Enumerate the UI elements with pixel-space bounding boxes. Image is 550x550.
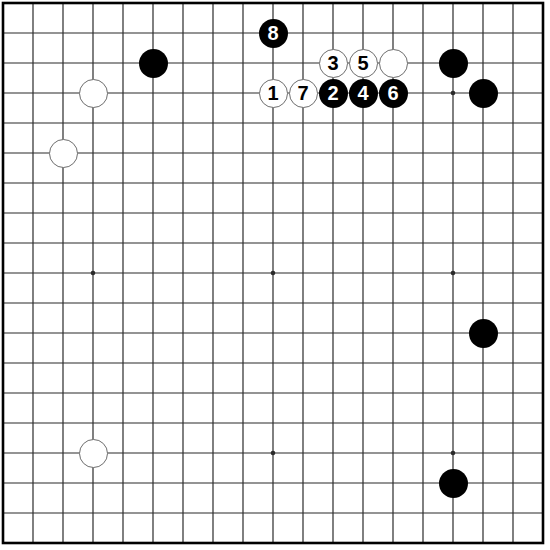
board-intersection[interactable] <box>48 228 78 258</box>
board-intersection[interactable] <box>78 18 108 48</box>
board-intersection[interactable] <box>408 468 438 498</box>
board-intersection[interactable] <box>288 348 318 378</box>
board-intersection[interactable] <box>228 468 258 498</box>
board-intersection[interactable] <box>408 48 438 78</box>
board-intersection[interactable] <box>408 348 438 378</box>
board-intersection[interactable] <box>168 498 198 528</box>
board-intersection[interactable] <box>318 138 348 168</box>
board-intersection[interactable] <box>498 348 528 378</box>
board-intersection[interactable] <box>198 18 228 48</box>
board-intersection[interactable] <box>468 468 498 498</box>
board-intersection[interactable] <box>468 408 498 438</box>
board-intersection[interactable] <box>468 18 498 48</box>
board-intersection[interactable] <box>48 0 78 18</box>
board-intersection[interactable] <box>408 228 438 258</box>
board-intersection[interactable] <box>348 288 378 318</box>
board-intersection[interactable] <box>108 378 138 408</box>
board-intersection[interactable] <box>168 138 198 168</box>
board-intersection[interactable] <box>528 168 550 198</box>
board-intersection[interactable] <box>138 198 168 228</box>
white-stone[interactable] <box>379 49 408 78</box>
board-intersection[interactable] <box>528 318 550 348</box>
board-intersection[interactable] <box>78 288 108 318</box>
board-intersection[interactable] <box>468 378 498 408</box>
board-intersection[interactable] <box>198 408 228 438</box>
board-intersection[interactable] <box>78 198 108 228</box>
board-intersection[interactable] <box>198 438 228 468</box>
board-intersection[interactable] <box>138 168 168 198</box>
board-intersection[interactable] <box>348 0 378 18</box>
board-intersection[interactable] <box>348 378 378 408</box>
board-intersection[interactable] <box>438 528 468 550</box>
board-intersection[interactable] <box>228 378 258 408</box>
board-intersection[interactable] <box>48 288 78 318</box>
board-intersection[interactable] <box>408 108 438 138</box>
board-intersection[interactable]: 8 <box>258 18 288 48</box>
board-intersection[interactable] <box>258 528 288 550</box>
board-intersection[interactable] <box>468 48 498 78</box>
board-intersection[interactable] <box>228 408 258 438</box>
black-stone[interactable] <box>439 49 468 78</box>
board-intersection[interactable] <box>48 378 78 408</box>
board-intersection[interactable] <box>78 168 108 198</box>
board-intersection[interactable] <box>258 468 288 498</box>
board-intersection[interactable] <box>48 438 78 468</box>
board-intersection[interactable] <box>0 288 18 318</box>
board-intersection[interactable] <box>0 438 18 468</box>
board-intersection[interactable]: 7 <box>288 78 318 108</box>
board-intersection[interactable] <box>108 78 138 108</box>
board-intersection[interactable] <box>228 498 258 528</box>
board-intersection[interactable] <box>318 438 348 468</box>
board-intersection[interactable] <box>198 108 228 138</box>
board-intersection[interactable] <box>198 0 228 18</box>
board-intersection[interactable] <box>198 198 228 228</box>
board-intersection[interactable] <box>288 108 318 138</box>
board-intersection[interactable] <box>138 108 168 138</box>
board-intersection[interactable] <box>498 0 528 18</box>
board-intersection[interactable] <box>78 528 108 550</box>
white-stone[interactable] <box>79 79 108 108</box>
board-intersection[interactable] <box>378 318 408 348</box>
board-intersection[interactable] <box>258 0 288 18</box>
board-intersection[interactable] <box>258 108 288 138</box>
board-intersection[interactable] <box>228 168 258 198</box>
board-intersection[interactable] <box>348 138 378 168</box>
board-intersection[interactable] <box>288 48 318 78</box>
board-intersection[interactable] <box>438 108 468 138</box>
board-intersection[interactable] <box>18 498 48 528</box>
board-intersection[interactable] <box>138 48 168 78</box>
board-intersection[interactable] <box>318 498 348 528</box>
board-intersection[interactable] <box>288 498 318 528</box>
board-intersection[interactable] <box>48 318 78 348</box>
board-intersection[interactable] <box>138 408 168 438</box>
board-intersection[interactable] <box>228 528 258 550</box>
board-intersection[interactable]: 6 <box>378 78 408 108</box>
board-intersection[interactable] <box>168 348 198 378</box>
board-intersection[interactable] <box>528 78 550 108</box>
board-intersection[interactable] <box>198 48 228 78</box>
board-intersection[interactable] <box>528 438 550 468</box>
board-intersection[interactable] <box>528 138 550 168</box>
board-intersection[interactable] <box>18 528 48 550</box>
board-intersection[interactable] <box>528 408 550 438</box>
board-intersection[interactable] <box>348 438 378 468</box>
board-intersection[interactable] <box>0 0 18 18</box>
board-intersection[interactable] <box>468 318 498 348</box>
board-intersection[interactable] <box>18 168 48 198</box>
board-intersection[interactable] <box>0 348 18 378</box>
board-intersection[interactable] <box>468 0 498 18</box>
board-intersection[interactable] <box>228 348 258 378</box>
board-intersection[interactable] <box>468 168 498 198</box>
board-intersection[interactable] <box>468 108 498 138</box>
board-intersection[interactable] <box>408 408 438 438</box>
black-stone-move-8[interactable]: 8 <box>259 19 288 48</box>
board-intersection[interactable] <box>228 228 258 258</box>
board-intersection[interactable] <box>168 198 198 228</box>
board-intersection[interactable] <box>438 78 468 108</box>
board-intersection[interactable] <box>288 18 318 48</box>
board-intersection[interactable] <box>168 18 198 48</box>
board-intersection[interactable] <box>0 48 18 78</box>
board-intersection[interactable] <box>468 228 498 258</box>
board-intersection[interactable] <box>198 78 228 108</box>
board-intersection[interactable] <box>138 0 168 18</box>
board-intersection[interactable] <box>258 438 288 468</box>
board-intersection[interactable] <box>0 318 18 348</box>
board-intersection[interactable] <box>108 198 138 228</box>
board-intersection[interactable] <box>258 228 288 258</box>
board-intersection[interactable] <box>198 288 228 318</box>
board-intersection[interactable] <box>18 468 48 498</box>
board-intersection[interactable] <box>198 138 228 168</box>
board-intersection[interactable] <box>18 408 48 438</box>
board-intersection[interactable] <box>0 468 18 498</box>
white-stone[interactable] <box>79 439 108 468</box>
board-intersection[interactable] <box>138 78 168 108</box>
board-intersection[interactable] <box>18 48 48 78</box>
board-intersection[interactable] <box>378 498 408 528</box>
board-intersection[interactable] <box>168 48 198 78</box>
board-intersection[interactable] <box>528 288 550 318</box>
board-intersection[interactable] <box>138 498 168 528</box>
board-intersection[interactable] <box>378 108 408 138</box>
board-intersection[interactable] <box>168 318 198 348</box>
board-intersection[interactable] <box>318 288 348 318</box>
white-stone-move-5[interactable]: 5 <box>349 49 378 78</box>
board-intersection[interactable] <box>468 348 498 378</box>
board-intersection[interactable] <box>288 168 318 198</box>
board-intersection[interactable] <box>0 78 18 108</box>
board-intersection[interactable] <box>408 498 438 528</box>
board-intersection[interactable] <box>408 138 438 168</box>
board-intersection[interactable] <box>348 228 378 258</box>
board-intersection[interactable] <box>168 408 198 438</box>
board-intersection[interactable] <box>138 378 168 408</box>
board-intersection[interactable] <box>528 18 550 48</box>
black-stone[interactable] <box>469 79 498 108</box>
board-intersection[interactable] <box>378 408 408 438</box>
board-intersection[interactable] <box>438 378 468 408</box>
board-intersection[interactable] <box>378 438 408 468</box>
board-intersection[interactable] <box>288 228 318 258</box>
board-intersection[interactable] <box>498 498 528 528</box>
board-intersection[interactable] <box>108 408 138 438</box>
board-intersection[interactable] <box>198 378 228 408</box>
board-intersection[interactable] <box>108 138 138 168</box>
board-intersection[interactable] <box>378 198 408 228</box>
board-intersection[interactable] <box>318 228 348 258</box>
board-intersection[interactable] <box>138 228 168 258</box>
board-intersection[interactable] <box>438 18 468 48</box>
board-intersection[interactable] <box>528 198 550 228</box>
board-intersection[interactable] <box>258 318 288 348</box>
board-intersection[interactable] <box>138 288 168 318</box>
board-intersection[interactable] <box>48 408 78 438</box>
board-intersection[interactable] <box>318 318 348 348</box>
board-intersection[interactable] <box>408 288 438 318</box>
board-intersection[interactable] <box>48 18 78 48</box>
board-intersection[interactable] <box>318 528 348 550</box>
board-intersection[interactable] <box>378 528 408 550</box>
board-intersection[interactable] <box>18 378 48 408</box>
board-intersection[interactable] <box>288 0 318 18</box>
board-intersection[interactable] <box>348 348 378 378</box>
board-intersection[interactable] <box>348 108 378 138</box>
board-intersection[interactable] <box>408 18 438 48</box>
board-intersection[interactable] <box>438 168 468 198</box>
board-intersection[interactable] <box>228 48 258 78</box>
board-intersection[interactable] <box>108 348 138 378</box>
board-intersection[interactable] <box>138 18 168 48</box>
board-intersection[interactable] <box>318 408 348 438</box>
board-intersection[interactable] <box>0 198 18 228</box>
board-intersection[interactable] <box>408 198 438 228</box>
board-intersection[interactable] <box>468 438 498 468</box>
board-intersection[interactable] <box>168 168 198 198</box>
board-intersection[interactable] <box>348 408 378 438</box>
board-intersection[interactable] <box>78 48 108 78</box>
board-intersection[interactable] <box>468 288 498 318</box>
white-stone-move-3[interactable]: 3 <box>319 49 348 78</box>
board-intersection[interactable] <box>168 108 198 138</box>
board-intersection[interactable] <box>498 438 528 468</box>
board-intersection[interactable] <box>438 198 468 228</box>
board-intersection[interactable] <box>78 318 108 348</box>
board-intersection[interactable] <box>288 468 318 498</box>
board-intersection[interactable] <box>168 528 198 550</box>
board-intersection[interactable] <box>18 138 48 168</box>
board-intersection[interactable] <box>438 138 468 168</box>
board-intersection[interactable] <box>528 378 550 408</box>
board-intersection[interactable] <box>438 498 468 528</box>
board-intersection[interactable] <box>378 168 408 198</box>
board-intersection[interactable] <box>348 18 378 48</box>
board-intersection[interactable] <box>348 168 378 198</box>
board-intersection[interactable] <box>318 18 348 48</box>
board-intersection[interactable] <box>108 258 138 288</box>
board-intersection[interactable] <box>0 408 18 438</box>
board-intersection[interactable] <box>0 528 18 550</box>
board-intersection[interactable] <box>318 0 348 18</box>
board-intersection[interactable] <box>48 138 78 168</box>
white-stone[interactable] <box>49 139 78 168</box>
board-intersection[interactable] <box>528 498 550 528</box>
board-intersection[interactable] <box>228 288 258 318</box>
board-intersection[interactable] <box>0 18 18 48</box>
board-intersection[interactable] <box>438 348 468 378</box>
board-intersection[interactable] <box>258 138 288 168</box>
board-intersection[interactable] <box>48 498 78 528</box>
board-intersection[interactable] <box>228 18 258 48</box>
board-intersection[interactable] <box>78 138 108 168</box>
board-intersection[interactable] <box>228 78 258 108</box>
board-intersection[interactable] <box>18 78 48 108</box>
board-intersection[interactable] <box>48 198 78 228</box>
board-intersection[interactable] <box>378 0 408 18</box>
board-intersection[interactable] <box>348 198 378 228</box>
board-intersection[interactable] <box>378 378 408 408</box>
board-intersection[interactable] <box>108 498 138 528</box>
board-intersection[interactable] <box>48 48 78 78</box>
board-intersection[interactable] <box>408 438 438 468</box>
board-intersection[interactable] <box>498 48 528 78</box>
board-intersection[interactable] <box>168 438 198 468</box>
board-intersection[interactable] <box>108 18 138 48</box>
board-intersection[interactable] <box>168 78 198 108</box>
board-intersection[interactable] <box>318 108 348 138</box>
board-intersection[interactable] <box>288 258 318 288</box>
board-intersection[interactable] <box>138 528 168 550</box>
board-intersection[interactable] <box>408 318 438 348</box>
board-intersection[interactable] <box>258 498 288 528</box>
board-intersection[interactable] <box>0 108 18 138</box>
board-intersection[interactable] <box>48 168 78 198</box>
board-intersection[interactable] <box>198 498 228 528</box>
board-intersection[interactable] <box>348 318 378 348</box>
board-intersection[interactable] <box>498 78 528 108</box>
board-intersection[interactable]: 3 <box>318 48 348 78</box>
board-intersection[interactable] <box>378 138 408 168</box>
board-intersection[interactable] <box>48 108 78 138</box>
board-intersection[interactable] <box>498 198 528 228</box>
board-intersection[interactable] <box>288 138 318 168</box>
board-intersection[interactable] <box>378 228 408 258</box>
board-intersection[interactable] <box>378 468 408 498</box>
board-intersection[interactable]: 5 <box>348 48 378 78</box>
board-intersection[interactable] <box>78 438 108 468</box>
board-intersection[interactable] <box>108 228 138 258</box>
board-intersection[interactable] <box>198 228 228 258</box>
board-intersection[interactable] <box>258 48 288 78</box>
board-intersection[interactable] <box>78 228 108 258</box>
board-intersection[interactable] <box>78 108 108 138</box>
board-intersection[interactable] <box>18 18 48 48</box>
board-intersection[interactable] <box>228 318 258 348</box>
board-intersection[interactable] <box>528 48 550 78</box>
board-intersection[interactable] <box>498 168 528 198</box>
board-intersection[interactable] <box>528 108 550 138</box>
board-intersection[interactable] <box>468 198 498 228</box>
board-intersection[interactable] <box>408 168 438 198</box>
board-intersection[interactable] <box>438 318 468 348</box>
board-intersection[interactable] <box>108 0 138 18</box>
board-intersection[interactable] <box>78 348 108 378</box>
board-intersection[interactable]: 1 <box>258 78 288 108</box>
board-intersection[interactable] <box>498 288 528 318</box>
board-intersection[interactable] <box>108 318 138 348</box>
board-intersection[interactable] <box>258 258 288 288</box>
board-intersection[interactable] <box>48 78 78 108</box>
board-intersection[interactable] <box>378 48 408 78</box>
board-intersection[interactable] <box>198 258 228 288</box>
board-intersection[interactable] <box>48 348 78 378</box>
board-intersection[interactable] <box>438 228 468 258</box>
board-intersection[interactable] <box>318 168 348 198</box>
board-intersection[interactable] <box>348 468 378 498</box>
board-intersection[interactable] <box>438 408 468 438</box>
board-intersection[interactable] <box>348 258 378 288</box>
board-intersection[interactable] <box>108 48 138 78</box>
board-intersection[interactable] <box>528 528 550 550</box>
black-stone-move-6[interactable]: 6 <box>379 79 408 108</box>
board-intersection[interactable] <box>18 258 48 288</box>
board-intersection[interactable] <box>498 318 528 348</box>
board-intersection[interactable] <box>408 0 438 18</box>
board-intersection[interactable] <box>18 438 48 468</box>
board-intersection[interactable] <box>78 78 108 108</box>
board-intersection[interactable] <box>48 528 78 550</box>
board-intersection[interactable] <box>348 498 378 528</box>
board-intersection[interactable] <box>138 138 168 168</box>
board-intersection[interactable] <box>288 198 318 228</box>
board-intersection[interactable] <box>468 78 498 108</box>
board-intersection[interactable] <box>438 0 468 18</box>
board-intersection[interactable] <box>0 228 18 258</box>
board-intersection[interactable] <box>318 258 348 288</box>
board-intersection[interactable] <box>138 438 168 468</box>
board-intersection[interactable] <box>498 108 528 138</box>
board-intersection[interactable] <box>48 258 78 288</box>
board-intersection[interactable] <box>258 168 288 198</box>
board-intersection[interactable] <box>168 228 198 258</box>
board-intersection[interactable] <box>288 438 318 468</box>
board-intersection[interactable] <box>348 528 378 550</box>
board-intersection[interactable] <box>258 288 288 318</box>
board-intersection[interactable] <box>18 318 48 348</box>
board-intersection[interactable] <box>498 18 528 48</box>
board-intersection[interactable] <box>528 468 550 498</box>
black-stone-move-4[interactable]: 4 <box>349 79 378 108</box>
white-stone-move-1[interactable]: 1 <box>259 79 288 108</box>
board-intersection[interactable] <box>498 258 528 288</box>
board-intersection[interactable] <box>528 258 550 288</box>
black-stone[interactable] <box>139 49 168 78</box>
board-intersection[interactable] <box>228 258 258 288</box>
board-intersection[interactable] <box>318 468 348 498</box>
board-intersection[interactable] <box>0 378 18 408</box>
board-intersection[interactable] <box>228 138 258 168</box>
board-intersection[interactable] <box>408 78 438 108</box>
board-intersection[interactable] <box>318 198 348 228</box>
board-intersection[interactable] <box>498 468 528 498</box>
board-intersection[interactable] <box>378 288 408 318</box>
board-intersection[interactable] <box>108 438 138 468</box>
board-intersection[interactable] <box>228 198 258 228</box>
board-intersection[interactable] <box>498 408 528 438</box>
